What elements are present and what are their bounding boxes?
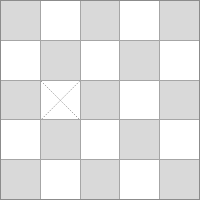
cell-r2c1[interactable]	[1, 41, 40, 80]
cell-r4c5[interactable]	[160, 120, 199, 159]
cell-r4c3[interactable]	[81, 120, 120, 159]
cell-r5c5[interactable]	[160, 160, 199, 199]
cell-r3c2[interactable]	[41, 81, 80, 120]
x-mark-icon	[41, 81, 80, 120]
cell-r5c3[interactable]	[81, 160, 120, 199]
cell-r3c1[interactable]	[1, 81, 40, 120]
cell-r2c3[interactable]	[81, 41, 120, 80]
cell-r2c4[interactable]	[120, 41, 159, 80]
board	[0, 0, 200, 200]
cell-r2c5[interactable]	[160, 41, 199, 80]
cell-r1c1[interactable]	[1, 1, 40, 40]
cell-r4c1[interactable]	[1, 120, 40, 159]
cell-r3c3[interactable]	[81, 81, 120, 120]
cell-r1c4[interactable]	[120, 1, 159, 40]
cell-r5c4[interactable]	[120, 160, 159, 199]
cell-r1c5[interactable]	[160, 1, 199, 40]
cell-r5c2[interactable]	[41, 160, 80, 199]
cell-r4c4[interactable]	[120, 120, 159, 159]
cell-r3c5[interactable]	[160, 81, 199, 120]
cell-r4c2[interactable]	[41, 120, 80, 159]
cell-r1c3[interactable]	[81, 1, 120, 40]
cell-r2c2[interactable]	[41, 41, 80, 80]
cell-r1c2[interactable]	[41, 1, 80, 40]
cell-r5c1[interactable]	[1, 160, 40, 199]
cell-r3c4[interactable]	[120, 81, 159, 120]
